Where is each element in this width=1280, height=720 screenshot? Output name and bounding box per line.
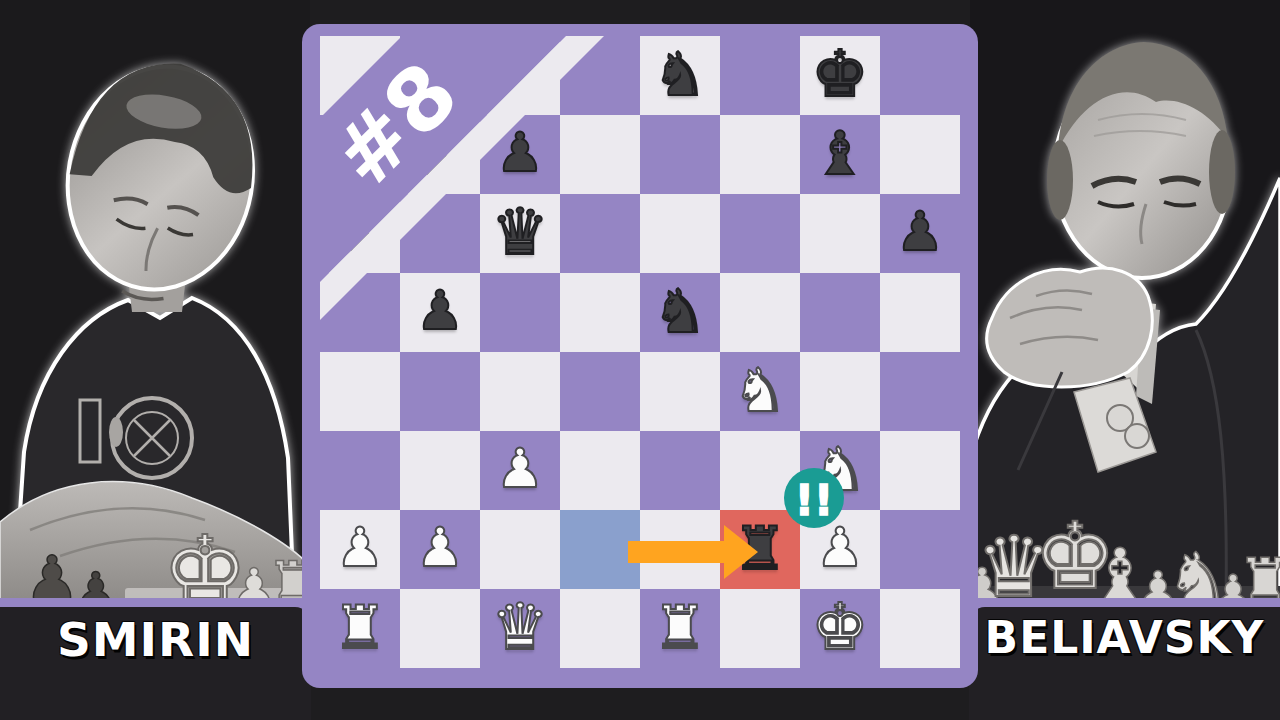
svg-text:♟: ♟ (24, 542, 80, 602)
square-b6 (400, 194, 480, 273)
name-plate-left: SMIRIN (0, 607, 311, 720)
square-c6: ♛ (480, 194, 560, 273)
square-h2 (880, 510, 960, 589)
piece-white-rook-a1: ♜ (333, 597, 387, 657)
square-a3 (320, 431, 400, 510)
square-c3: ♟ (480, 431, 560, 510)
piece-white-pawn-b2: ♟ (416, 521, 464, 575)
square-d5 (560, 273, 640, 352)
square-g5 (800, 273, 880, 352)
square-c4 (480, 352, 560, 431)
square-d7 (560, 115, 640, 194)
square-f5 (720, 273, 800, 352)
piece-black-bishop-g7: ♝ (813, 123, 867, 183)
square-e3 (640, 431, 720, 510)
square-a6: ♟ (320, 194, 400, 273)
piece-white-queen-c1: ♛ (491, 595, 548, 659)
square-f8 (720, 36, 800, 115)
square-e8: ♞ (640, 36, 720, 115)
piece-black-rook-f2: ♜ (733, 518, 787, 578)
square-g7: ♝ (800, 115, 880, 194)
square-a1: ♜ (320, 589, 400, 668)
square-f6 (720, 194, 800, 273)
piece-black-pawn-c7: ♟ (496, 126, 544, 180)
sleeve-button (1125, 424, 1149, 448)
square-b3 (400, 431, 480, 510)
square-c7: ♟ (480, 115, 560, 194)
square-g1: ♚ (800, 589, 880, 668)
square-a2: ♟ (320, 510, 400, 589)
piece-black-king-g8: ♚ (811, 42, 868, 106)
square-h4 (880, 352, 960, 431)
square-g2: ♟ (800, 510, 880, 589)
square-e1: ♜ (640, 589, 720, 668)
square-b1 (400, 589, 480, 668)
piece-white-king-g1: ♚ (811, 595, 868, 659)
chess-thumbnail: ♟ ♟ ♚ ♟ ♜ (0, 0, 1280, 720)
square-b7: ♝ (400, 115, 480, 194)
svg-text:♟: ♟ (74, 562, 119, 602)
square-d2 (560, 510, 640, 589)
square-e5: ♞ (640, 273, 720, 352)
square-a4 (320, 352, 400, 431)
square-d3 (560, 431, 640, 510)
square-f2: ♜ (720, 510, 800, 589)
square-b4 (400, 352, 480, 431)
photo-smirin: ♟ ♟ ♚ ♟ ♜ (0, 0, 310, 602)
square-f3 (720, 431, 800, 510)
square-g8: ♚ (800, 36, 880, 115)
name-plate-right: BELIAVSKY (969, 607, 1280, 720)
square-d8 (560, 36, 640, 115)
piece-black-pawn-b5: ♟ (416, 284, 464, 338)
square-h6: ♟ (880, 194, 960, 273)
square-g4 (800, 352, 880, 431)
square-d6 (560, 194, 640, 273)
square-e2 (640, 510, 720, 589)
square-h1 (880, 589, 960, 668)
square-h7 (880, 115, 960, 194)
piece-white-knight-f4: ♞ (733, 360, 787, 420)
square-c5 (480, 273, 560, 352)
piece-white-pawn-a2: ♟ (336, 521, 384, 575)
square-e6 (640, 194, 720, 273)
square-h3 (880, 431, 960, 510)
player-name-black: BELIAVSKY (985, 614, 1265, 720)
square-h5 (880, 273, 960, 352)
piece-black-knight-e8: ♞ (653, 44, 707, 104)
square-a8 (320, 36, 400, 115)
chess-board: ♞♚♝♟♝♟♛♟♟♞♞♟♞♟♟♜♟♜♛♜♚ (320, 36, 960, 668)
square-e4 (640, 352, 720, 431)
square-f7 (720, 115, 800, 194)
square-e7 (640, 115, 720, 194)
piece-black-pawn-a6: ♟ (336, 205, 384, 259)
piece-black-pawn-h6: ♟ (896, 205, 944, 259)
square-c1: ♛ (480, 589, 560, 668)
piece-black-knight-e5: ♞ (653, 281, 707, 341)
square-b5: ♟ (400, 273, 480, 352)
photo-beliavsky: ♟ ♛ ♚ ♝ ♟ ♞ ♟ ♜ (970, 0, 1280, 602)
square-h8 (880, 36, 960, 115)
square-d1 (560, 589, 640, 668)
piece-white-knight-g3: ♞ (813, 439, 867, 499)
square-f1 (720, 589, 800, 668)
svg-text:♜: ♜ (1236, 545, 1280, 602)
piece-white-rook-e1: ♜ (653, 597, 707, 657)
piece-black-queen-c6: ♛ (491, 200, 548, 264)
square-d4 (560, 352, 640, 431)
square-a7 (320, 115, 400, 194)
square-a5 (320, 273, 400, 352)
player-name-white: SMIRIN (57, 614, 254, 720)
square-c8 (480, 36, 560, 115)
square-g6 (800, 194, 880, 273)
square-b2: ♟ (400, 510, 480, 589)
piece-white-pawn-c3: ♟ (496, 442, 544, 496)
square-c2 (480, 510, 560, 589)
piece-black-bishop-b7: ♝ (413, 123, 467, 183)
piece-white-pawn-g2: ♟ (816, 521, 864, 575)
chess-board-panel: ♞♚♝♟♝♟♛♟♟♞♞♟♞♟♟♜♟♜♛♜♚ #8 !! (302, 24, 978, 688)
square-f4: ♞ (720, 352, 800, 431)
square-b8 (400, 36, 480, 115)
square-g3: ♞ (800, 431, 880, 510)
